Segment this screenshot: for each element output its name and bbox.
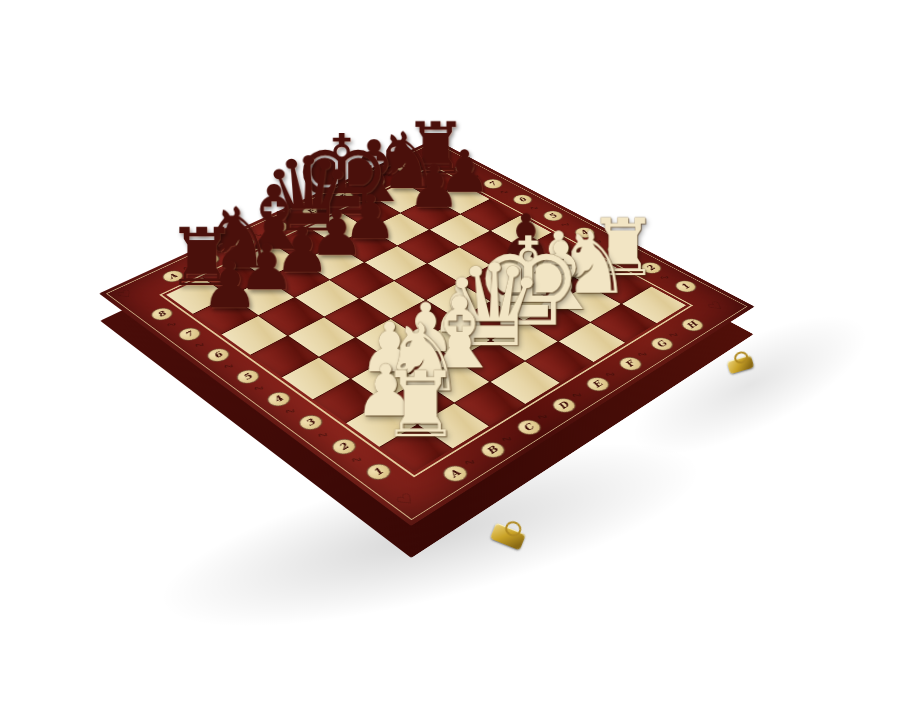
chess-set-photo: AA88∿∿∿∿BB77∿∿∿∿CC66∿∿∿∿DD55∿∿∿∿EE44∿∿∿∿… <box>0 0 907 712</box>
black-pawn-glyph: ♟ <box>159 253 301 318</box>
white-rook-glyph: ♜ <box>341 360 500 451</box>
